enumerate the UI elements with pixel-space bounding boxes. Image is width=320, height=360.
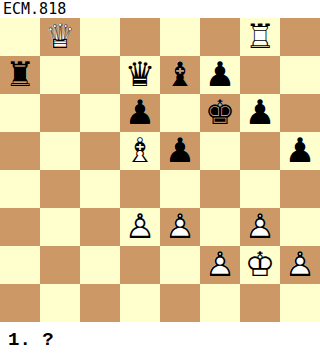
- piece-black-pawn: ♙♟: [120, 94, 160, 132]
- square-h4[interactable]: [280, 170, 320, 208]
- square-f6[interactable]: ♔♚: [200, 94, 240, 132]
- square-c4[interactable]: [80, 170, 120, 208]
- move-prompt: 1. ?: [0, 322, 320, 360]
- square-h6[interactable]: [280, 94, 320, 132]
- square-f1[interactable]: [200, 284, 240, 322]
- square-a4[interactable]: [0, 170, 40, 208]
- square-f4[interactable]: [200, 170, 240, 208]
- square-e2[interactable]: [160, 246, 200, 284]
- square-g6[interactable]: ♙♟: [240, 94, 280, 132]
- square-a6[interactable]: [0, 94, 40, 132]
- square-e6[interactable]: [160, 94, 200, 132]
- square-b7[interactable]: [40, 56, 80, 94]
- square-g7[interactable]: [240, 56, 280, 94]
- piece-outline-layer: ♔: [240, 246, 280, 284]
- square-b4[interactable]: [40, 170, 80, 208]
- piece-black-bishop: ♗♝: [160, 56, 200, 94]
- square-e4[interactable]: [160, 170, 200, 208]
- square-e3[interactable]: ♟♙: [160, 208, 200, 246]
- square-f7[interactable]: ♙♟: [200, 56, 240, 94]
- square-e7[interactable]: ♗♝: [160, 56, 200, 94]
- piece-outline-layer: ♙: [200, 246, 240, 284]
- square-f5[interactable]: [200, 132, 240, 170]
- square-g3[interactable]: ♟♙: [240, 208, 280, 246]
- piece-outline-layer: ♚: [200, 94, 240, 132]
- square-d5[interactable]: ♝♗: [120, 132, 160, 170]
- square-f2[interactable]: ♟♙: [200, 246, 240, 284]
- square-a1[interactable]: [0, 284, 40, 322]
- square-b5[interactable]: [40, 132, 80, 170]
- piece-outline-layer: ♙: [280, 246, 320, 284]
- square-f3[interactable]: [200, 208, 240, 246]
- piece-white-pawn: ♟♙: [120, 208, 160, 246]
- piece-white-rook: ♜♖: [240, 18, 280, 56]
- piece-black-rook: ♖♜: [0, 56, 40, 94]
- piece-outline-layer: ♝: [160, 56, 200, 94]
- square-a7[interactable]: ♖♜: [0, 56, 40, 94]
- square-e8[interactable]: [160, 18, 200, 56]
- piece-white-pawn: ♟♙: [280, 246, 320, 284]
- piece-white-pawn: ♟♙: [200, 246, 240, 284]
- piece-white-king: ♚♔: [240, 246, 280, 284]
- square-e1[interactable]: [160, 284, 200, 322]
- piece-white-pawn: ♟♙: [160, 208, 200, 246]
- piece-outline-layer: ♟: [200, 56, 240, 94]
- piece-outline-layer: ♙: [120, 208, 160, 246]
- piece-black-queen: ♕♛: [120, 56, 160, 94]
- square-d3[interactable]: ♟♙: [120, 208, 160, 246]
- piece-outline-layer: ♟: [160, 132, 200, 170]
- square-c6[interactable]: [80, 94, 120, 132]
- square-f8[interactable]: [200, 18, 240, 56]
- square-a3[interactable]: [0, 208, 40, 246]
- square-c7[interactable]: [80, 56, 120, 94]
- piece-white-pawn: ♟♙: [240, 208, 280, 246]
- square-b6[interactable]: [40, 94, 80, 132]
- square-h2[interactable]: ♟♙: [280, 246, 320, 284]
- square-b8[interactable]: ♛♕: [40, 18, 80, 56]
- square-h7[interactable]: [280, 56, 320, 94]
- square-c2[interactable]: [80, 246, 120, 284]
- piece-outline-layer: ♟: [240, 94, 280, 132]
- square-g4[interactable]: [240, 170, 280, 208]
- piece-outline-layer: ♙: [240, 208, 280, 246]
- square-c3[interactable]: [80, 208, 120, 246]
- square-g2[interactable]: ♚♔: [240, 246, 280, 284]
- square-d2[interactable]: [120, 246, 160, 284]
- square-d8[interactable]: [120, 18, 160, 56]
- square-h8[interactable]: [280, 18, 320, 56]
- square-b2[interactable]: [40, 246, 80, 284]
- square-g1[interactable]: [240, 284, 280, 322]
- piece-outline-layer: ♜: [0, 56, 40, 94]
- square-d7[interactable]: ♕♛: [120, 56, 160, 94]
- square-h3[interactable]: [280, 208, 320, 246]
- square-b3[interactable]: [40, 208, 80, 246]
- piece-outline-layer: ♖: [240, 18, 280, 56]
- square-e5[interactable]: ♙♟: [160, 132, 200, 170]
- piece-black-pawn: ♙♟: [200, 56, 240, 94]
- square-c1[interactable]: [80, 284, 120, 322]
- square-d4[interactable]: [120, 170, 160, 208]
- square-d1[interactable]: [120, 284, 160, 322]
- piece-black-pawn: ♙♟: [280, 132, 320, 170]
- piece-white-queen: ♛♕: [40, 18, 80, 56]
- piece-outline-layer: ♛: [120, 56, 160, 94]
- piece-white-bishop: ♝♗: [120, 132, 160, 170]
- square-c8[interactable]: [80, 18, 120, 56]
- chess-diagram: ECM.818 ♛♕♜♖♖♜♕♛♗♝♙♟♙♟♔♚♙♟♝♗♙♟♙♟♟♙♟♙♟♙♟♙…: [0, 0, 320, 360]
- square-a8[interactable]: [0, 18, 40, 56]
- piece-outline-layer: ♗: [120, 132, 160, 170]
- piece-outline-layer: ♕: [40, 18, 80, 56]
- square-h5[interactable]: ♙♟: [280, 132, 320, 170]
- square-c5[interactable]: [80, 132, 120, 170]
- square-d6[interactable]: ♙♟: [120, 94, 160, 132]
- square-h1[interactable]: [280, 284, 320, 322]
- piece-outline-layer: ♟: [120, 94, 160, 132]
- square-b1[interactable]: [40, 284, 80, 322]
- piece-outline-layer: ♙: [160, 208, 200, 246]
- piece-outline-layer: ♟: [280, 132, 320, 170]
- piece-black-pawn: ♙♟: [160, 132, 200, 170]
- piece-black-king: ♔♚: [200, 94, 240, 132]
- square-a5[interactable]: [0, 132, 40, 170]
- square-g8[interactable]: ♜♖: [240, 18, 280, 56]
- square-g5[interactable]: [240, 132, 280, 170]
- square-a2[interactable]: [0, 246, 40, 284]
- piece-black-pawn: ♙♟: [240, 94, 280, 132]
- chess-board: ♛♕♜♖♖♜♕♛♗♝♙♟♙♟♔♚♙♟♝♗♙♟♙♟♟♙♟♙♟♙♟♙♚♔♟♙: [0, 18, 320, 322]
